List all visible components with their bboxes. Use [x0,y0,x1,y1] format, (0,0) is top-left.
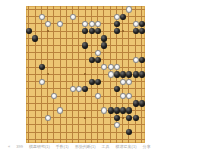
white-stone [45,115,51,121]
star-point [47,73,49,75]
board-cell[interactable] [139,78,145,85]
white-stone [95,50,101,56]
black-stone [39,64,45,70]
white-stone [114,64,120,70]
white-stone [76,86,82,92]
black-stone [95,57,101,63]
black-stone [139,21,145,27]
board-cell[interactable] [139,114,145,121]
black-stone [82,42,88,48]
board-cell[interactable] [114,71,120,78]
toolbar-item[interactable]: 棋盘研究(1) [29,144,50,149]
black-stone [95,28,101,34]
white-stone [95,21,101,27]
go-board[interactable] [26,6,145,143]
black-stone [139,100,145,106]
black-stone [32,35,38,41]
white-stone [82,21,88,27]
black-stone [114,71,120,77]
app-screen: «399棋盘研究(1)手数(1)形势判断(1)工具棋谱提案(1)分享 [0,0,200,149]
toolbar-item[interactable]: 工具 [102,144,110,149]
black-stone [114,28,120,34]
board-cell[interactable] [139,93,145,100]
toolbar-item[interactable]: 形势判断(1) [75,144,96,149]
board-cell[interactable] [139,35,145,42]
black-stone [82,86,88,92]
board-cell[interactable] [139,56,145,63]
board-cell[interactable] [39,78,45,85]
black-stone [126,71,132,77]
black-stone [126,129,132,135]
board-cell[interactable] [139,20,145,27]
star-point [122,117,124,119]
board-cell[interactable] [132,114,138,121]
board-cell[interactable] [39,13,45,20]
black-stone [120,71,126,77]
board-cell[interactable] [139,136,145,143]
toolbar-item[interactable]: 手数(1) [56,144,69,149]
white-stone [89,21,95,27]
white-stone [120,79,126,85]
white-stone [45,21,51,27]
black-stone [133,115,139,121]
white-stone [120,93,126,99]
board-cell[interactable] [139,6,145,13]
black-stone [133,71,139,77]
black-stone [82,28,88,34]
toolbar-item[interactable]: « [8,144,10,149]
white-stone [126,6,132,12]
board-cell[interactable] [89,78,95,85]
black-stone [114,115,120,121]
board-cell[interactable] [107,107,113,114]
white-stone [133,21,139,27]
board-cell[interactable] [139,85,145,92]
white-stone [70,86,76,92]
black-stone [114,21,120,27]
white-stone [39,79,45,85]
board-cell[interactable] [114,114,120,121]
black-stone [101,35,107,41]
white-stone [51,93,57,99]
black-stone [108,107,114,113]
black-stone [126,107,132,113]
board-cell[interactable] [139,71,145,78]
white-stone [114,14,120,20]
star-point [84,73,86,75]
board-cell[interactable] [132,71,138,78]
white-stone [101,64,107,70]
white-stone [133,57,139,63]
star-point [122,30,124,32]
board-cell[interactable] [139,28,145,35]
board-cell[interactable] [132,100,138,107]
white-stone [108,71,114,77]
black-stone [126,115,132,121]
black-stone [139,28,145,34]
white-stone [126,93,132,99]
black-stone [89,57,95,63]
black-stone [95,79,101,85]
black-stone [139,71,145,77]
white-stone [108,64,114,70]
board-cell[interactable] [139,100,145,107]
board-cell[interactable] [139,107,145,114]
board-cell[interactable] [139,129,145,136]
black-stone [120,107,126,113]
white-stone [114,122,120,128]
black-stone [101,42,107,48]
board-cell[interactable] [139,121,145,128]
black-stone [114,86,120,92]
black-stone [114,107,120,113]
toolbar-item[interactable]: 399 [16,144,23,149]
star-point [84,117,86,119]
toolbar-item[interactable]: 分享 [142,144,150,149]
white-stone [57,21,63,27]
board-cell[interactable] [114,107,120,114]
white-stone [70,14,76,20]
star-point [47,30,49,32]
white-stone [126,79,132,85]
board-cell[interactable] [139,64,145,71]
black-stone [120,14,126,20]
board-cell[interactable] [139,49,145,56]
white-stone [39,14,45,20]
black-stone [139,57,145,63]
toolbar-item[interactable]: 棋谱提案(1) [116,144,137,149]
black-stone [89,28,95,34]
board-cell[interactable] [139,42,145,49]
board-cell[interactable] [107,71,113,78]
bottom-toolbar: «399棋盘研究(1)手数(1)形势判断(1)工具棋谱提案(1)分享 [0,143,200,149]
black-stone [89,79,95,85]
white-stone [57,107,63,113]
white-stone [95,93,101,99]
black-stone [133,100,139,106]
black-stone [133,28,139,34]
white-stone [101,107,107,113]
black-stone [26,28,32,34]
board-cell[interactable] [139,13,145,20]
